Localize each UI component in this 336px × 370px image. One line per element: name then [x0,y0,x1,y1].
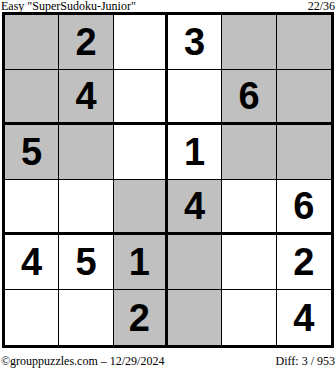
cell-r6c3[interactable]: 2 [114,290,168,345]
cell-r4c5[interactable] [222,180,276,235]
cell-r3c3[interactable] [114,125,168,180]
cell-r5c4[interactable] [168,235,222,290]
cell-r2c3[interactable] [114,70,168,125]
cell-value: 2 [293,243,314,281]
cell-value: 3 [184,23,205,61]
cell-r3c1[interactable]: 5 [5,125,59,180]
cell-r5c5[interactable] [222,235,276,290]
difficulty-text: Diff: 3 / 953 [276,355,335,368]
cell-value: 4 [21,243,42,281]
cell-value: 4 [75,77,96,115]
cell-r6c5[interactable] [222,290,276,345]
cell-r4c1[interactable] [5,180,59,235]
cell-value: 6 [293,187,314,225]
cell-value: 4 [184,187,205,225]
cell-r4c2[interactable] [59,180,113,235]
cell-r1c2[interactable]: 2 [59,15,113,70]
puzzle-page: Easy "SuperSudoku-Junior" 22/36 23465146… [0,0,336,370]
cell-r3c6[interactable] [277,125,331,180]
cell-value: 1 [129,243,150,281]
cell-r4c3[interactable] [114,180,168,235]
cell-r1c4[interactable]: 3 [168,15,222,70]
copyright-text: ©grouppuzzles.com – 12/29/2024 [1,355,164,368]
cell-r2c6[interactable] [277,70,331,125]
cell-value: 2 [75,23,96,61]
cell-r2c4[interactable] [168,70,222,125]
cell-r5c2[interactable]: 5 [59,235,113,290]
cell-r3c5[interactable] [222,125,276,180]
cell-r4c6[interactable]: 6 [277,180,331,235]
cell-r2c2[interactable]: 4 [59,70,113,125]
cell-value: 5 [21,133,42,171]
puzzle-counter: 22/36 [308,0,335,12]
cell-r2c1[interactable] [5,70,59,125]
cell-value: 4 [293,299,314,337]
cell-r5c3[interactable]: 1 [114,235,168,290]
cell-r4c4[interactable]: 4 [168,180,222,235]
cell-value: 5 [75,243,96,281]
cell-value: 2 [129,299,150,337]
cell-r3c2[interactable] [59,125,113,180]
cell-r5c6[interactable]: 2 [277,235,331,290]
cell-r6c1[interactable] [5,290,59,345]
cell-r5c1[interactable]: 4 [5,235,59,290]
cell-r1c5[interactable] [222,15,276,70]
puzzle-title: Easy "SuperSudoku-Junior" [1,0,136,12]
sudoku-board: 23465146451224 [2,12,334,348]
cell-value: 6 [238,77,259,115]
cell-r3c4[interactable]: 1 [168,125,222,180]
cell-r6c2[interactable] [59,290,113,345]
cell-r1c6[interactable] [277,15,331,70]
header: Easy "SuperSudoku-Junior" 22/36 [1,0,335,12]
cell-r6c4[interactable] [168,290,222,345]
footer: ©grouppuzzles.com – 12/29/2024 Diff: 3 /… [1,354,335,368]
cell-value: 1 [184,133,205,171]
cell-r1c1[interactable] [5,15,59,70]
cell-r6c6[interactable]: 4 [277,290,331,345]
cell-r2c5[interactable]: 6 [222,70,276,125]
cell-r1c3[interactable] [114,15,168,70]
